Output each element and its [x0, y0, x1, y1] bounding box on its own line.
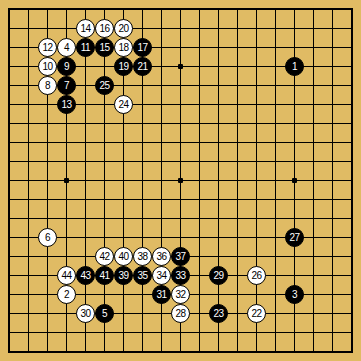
board-point[interactable] [190, 0, 209, 19]
stone-black-37[interactable]: 37 [171, 247, 190, 266]
board-point[interactable] [266, 152, 285, 171]
board-point[interactable] [76, 152, 95, 171]
board-point[interactable] [209, 285, 228, 304]
board-point[interactable] [76, 76, 95, 95]
board-point[interactable] [19, 266, 38, 285]
board-point[interactable] [171, 190, 190, 209]
stone-white-34[interactable]: 34 [152, 266, 171, 285]
board-point[interactable] [19, 133, 38, 152]
board-point[interactable] [171, 152, 190, 171]
board-point[interactable] [57, 0, 76, 19]
board-point[interactable] [342, 247, 361, 266]
board-point[interactable] [76, 285, 95, 304]
board-point[interactable] [209, 228, 228, 247]
board-point[interactable] [247, 57, 266, 76]
board-point[interactable] [0, 304, 19, 323]
board-point[interactable] [0, 209, 19, 228]
board-point[interactable] [228, 266, 247, 285]
board-point[interactable] [114, 304, 133, 323]
board-point[interactable] [285, 114, 304, 133]
board-point[interactable] [342, 0, 361, 19]
board-point[interactable] [38, 285, 57, 304]
board-point[interactable] [304, 95, 323, 114]
board-point[interactable] [19, 95, 38, 114]
board-point[interactable] [133, 152, 152, 171]
board-point[interactable] [133, 285, 152, 304]
board-point[interactable] [342, 323, 361, 342]
board-point[interactable] [95, 133, 114, 152]
board-point[interactable] [209, 323, 228, 342]
board-point[interactable] [0, 133, 19, 152]
board-point[interactable] [342, 57, 361, 76]
board-point[interactable] [152, 19, 171, 38]
board-point[interactable] [228, 95, 247, 114]
board-point[interactable] [228, 171, 247, 190]
board-point[interactable] [114, 76, 133, 95]
board-point[interactable] [57, 190, 76, 209]
board-point[interactable] [323, 323, 342, 342]
board-point[interactable] [114, 114, 133, 133]
board-point[interactable] [342, 304, 361, 323]
board-point[interactable] [228, 228, 247, 247]
board-point[interactable] [190, 19, 209, 38]
board-point[interactable] [266, 285, 285, 304]
board-point[interactable] [323, 304, 342, 323]
board-point[interactable] [190, 171, 209, 190]
board-point[interactable] [247, 76, 266, 95]
board-point[interactable] [38, 342, 57, 361]
board-point[interactable] [76, 209, 95, 228]
board-point[interactable] [114, 152, 133, 171]
board-point[interactable] [209, 114, 228, 133]
board-point[interactable] [19, 114, 38, 133]
board-point[interactable] [323, 152, 342, 171]
board-point[interactable] [0, 19, 19, 38]
stone-white-44[interactable]: 44 [57, 266, 76, 285]
board-point[interactable] [0, 76, 19, 95]
board-point[interactable] [190, 304, 209, 323]
board-point[interactable] [95, 152, 114, 171]
board-point[interactable] [209, 38, 228, 57]
board-point[interactable] [38, 114, 57, 133]
board-point[interactable] [304, 76, 323, 95]
board-point[interactable] [76, 95, 95, 114]
stone-white-10[interactable]: 10 [38, 57, 57, 76]
stone-black-27[interactable]: 27 [285, 228, 304, 247]
board-point[interactable] [114, 323, 133, 342]
stone-black-17[interactable]: 17 [133, 38, 152, 57]
board-point[interactable] [19, 57, 38, 76]
board-point[interactable] [342, 190, 361, 209]
board-point[interactable] [228, 152, 247, 171]
board-point[interactable] [342, 95, 361, 114]
board-point[interactable] [171, 171, 190, 190]
board-point[interactable] [95, 0, 114, 19]
board-point[interactable] [95, 228, 114, 247]
board-point[interactable] [190, 190, 209, 209]
board-point[interactable] [285, 152, 304, 171]
stone-white-12[interactable]: 12 [38, 38, 57, 57]
board-point[interactable] [133, 114, 152, 133]
board-point[interactable] [0, 323, 19, 342]
board-point[interactable] [247, 114, 266, 133]
board-point[interactable] [19, 285, 38, 304]
board-point[interactable] [228, 247, 247, 266]
board-point[interactable] [247, 171, 266, 190]
board-point[interactable] [38, 247, 57, 266]
stone-white-18[interactable]: 18 [114, 38, 133, 57]
board-point[interactable] [304, 133, 323, 152]
stone-white-32[interactable]: 32 [171, 285, 190, 304]
board-point[interactable] [190, 76, 209, 95]
board-point[interactable] [133, 19, 152, 38]
board-point[interactable] [38, 209, 57, 228]
board-point[interactable] [266, 19, 285, 38]
board-point[interactable] [266, 228, 285, 247]
board-point[interactable] [228, 38, 247, 57]
board-point[interactable] [190, 247, 209, 266]
board-point[interactable] [304, 209, 323, 228]
board-point[interactable] [266, 38, 285, 57]
board-point[interactable] [285, 342, 304, 361]
board-point[interactable] [152, 133, 171, 152]
board-point[interactable] [304, 323, 323, 342]
board-point[interactable] [133, 323, 152, 342]
stone-black-23[interactable]: 23 [209, 304, 228, 323]
board-point[interactable] [285, 323, 304, 342]
board-point[interactable] [76, 342, 95, 361]
board-point[interactable] [266, 57, 285, 76]
board-point[interactable] [285, 0, 304, 19]
board-point[interactable] [133, 209, 152, 228]
board-point[interactable] [152, 190, 171, 209]
board-point[interactable] [171, 95, 190, 114]
board-point[interactable] [323, 247, 342, 266]
board-point[interactable] [266, 171, 285, 190]
board-point[interactable] [95, 171, 114, 190]
board-point[interactable] [38, 266, 57, 285]
stone-black-39[interactable]: 39 [114, 266, 133, 285]
board-point[interactable] [190, 38, 209, 57]
board-point[interactable] [57, 228, 76, 247]
stone-black-9[interactable]: 9 [57, 57, 76, 76]
board-point[interactable] [342, 171, 361, 190]
board-point[interactable] [228, 209, 247, 228]
board-point[interactable] [76, 323, 95, 342]
board-point[interactable] [342, 133, 361, 152]
board-point[interactable] [57, 152, 76, 171]
board-point[interactable] [19, 247, 38, 266]
board-point[interactable] [304, 171, 323, 190]
board-point[interactable] [266, 190, 285, 209]
board-point[interactable] [342, 38, 361, 57]
board-point[interactable] [152, 76, 171, 95]
board-point[interactable] [209, 76, 228, 95]
board-point[interactable] [114, 0, 133, 19]
board-point[interactable] [285, 76, 304, 95]
stone-black-33[interactable]: 33 [171, 266, 190, 285]
board-point[interactable] [323, 114, 342, 133]
board-point[interactable] [171, 19, 190, 38]
board-point[interactable] [152, 304, 171, 323]
stone-white-2[interactable]: 2 [57, 285, 76, 304]
board-point[interactable] [0, 95, 19, 114]
board-point[interactable] [266, 209, 285, 228]
board-point[interactable] [57, 114, 76, 133]
stone-white-26[interactable]: 26 [247, 266, 266, 285]
board-point[interactable] [19, 171, 38, 190]
board-point[interactable] [323, 76, 342, 95]
stone-black-5[interactable]: 5 [95, 304, 114, 323]
board-point[interactable] [38, 323, 57, 342]
board-point[interactable] [285, 133, 304, 152]
stone-white-42[interactable]: 42 [95, 247, 114, 266]
board-point[interactable] [247, 323, 266, 342]
board-point[interactable] [57, 342, 76, 361]
board-point[interactable] [285, 209, 304, 228]
board-point[interactable] [0, 38, 19, 57]
board-point[interactable] [76, 190, 95, 209]
board-point[interactable] [152, 114, 171, 133]
stone-black-25[interactable]: 25 [95, 76, 114, 95]
board-point[interactable] [304, 228, 323, 247]
board-point[interactable] [285, 171, 304, 190]
board-point[interactable] [209, 209, 228, 228]
board-point[interactable] [247, 95, 266, 114]
board-point[interactable] [190, 133, 209, 152]
board-point[interactable] [342, 285, 361, 304]
board-point[interactable] [152, 0, 171, 19]
board-point[interactable] [76, 0, 95, 19]
board-point[interactable] [285, 95, 304, 114]
board-point[interactable] [57, 323, 76, 342]
board-point[interactable] [285, 19, 304, 38]
board-point[interactable] [114, 342, 133, 361]
board-point[interactable] [95, 114, 114, 133]
board-point[interactable] [247, 285, 266, 304]
board-point[interactable] [228, 342, 247, 361]
board-point[interactable] [247, 38, 266, 57]
board-point[interactable] [19, 304, 38, 323]
board-point[interactable] [171, 0, 190, 19]
board-point[interactable] [266, 323, 285, 342]
board-point[interactable] [0, 171, 19, 190]
board-point[interactable] [171, 342, 190, 361]
board-point[interactable] [114, 209, 133, 228]
board-point[interactable] [171, 133, 190, 152]
board-point[interactable] [323, 0, 342, 19]
stone-black-3[interactable]: 3 [285, 285, 304, 304]
board-point[interactable] [152, 171, 171, 190]
board-point[interactable] [133, 342, 152, 361]
board-point[interactable] [323, 342, 342, 361]
board-point[interactable] [342, 152, 361, 171]
board-point[interactable] [266, 133, 285, 152]
stone-white-28[interactable]: 28 [171, 304, 190, 323]
board-point[interactable] [209, 57, 228, 76]
stone-white-16[interactable]: 16 [95, 19, 114, 38]
board-point[interactable] [76, 114, 95, 133]
board-point[interactable] [76, 57, 95, 76]
stone-white-4[interactable]: 4 [57, 38, 76, 57]
board-point[interactable] [247, 152, 266, 171]
board-point[interactable] [323, 57, 342, 76]
stone-white-8[interactable]: 8 [38, 76, 57, 95]
board-point[interactable] [57, 209, 76, 228]
board-point[interactable] [247, 19, 266, 38]
board-point[interactable] [209, 95, 228, 114]
stone-black-35[interactable]: 35 [133, 266, 152, 285]
board-point[interactable] [304, 114, 323, 133]
board-point[interactable] [285, 38, 304, 57]
board-point[interactable] [304, 304, 323, 323]
board-point[interactable] [342, 228, 361, 247]
stone-black-1[interactable]: 1 [285, 57, 304, 76]
board-point[interactable] [304, 0, 323, 19]
board-point[interactable] [76, 228, 95, 247]
board-point[interactable] [0, 152, 19, 171]
board-point[interactable] [95, 190, 114, 209]
board-point[interactable] [323, 190, 342, 209]
board-point[interactable] [133, 190, 152, 209]
board-point[interactable] [190, 95, 209, 114]
board-point[interactable] [342, 342, 361, 361]
stone-black-11[interactable]: 11 [76, 38, 95, 57]
board-point[interactable] [19, 323, 38, 342]
board-point[interactable] [228, 285, 247, 304]
board-point[interactable] [285, 247, 304, 266]
board-point[interactable] [19, 38, 38, 57]
board-point[interactable] [171, 114, 190, 133]
board-point[interactable] [0, 57, 19, 76]
board-point[interactable] [152, 95, 171, 114]
board-point[interactable] [133, 133, 152, 152]
board-point[interactable] [114, 228, 133, 247]
board-point[interactable] [114, 285, 133, 304]
board-point[interactable] [152, 38, 171, 57]
board-point[interactable] [171, 209, 190, 228]
board-point[interactable] [38, 152, 57, 171]
board-point[interactable] [304, 342, 323, 361]
board-point[interactable] [266, 114, 285, 133]
board-point[interactable] [19, 152, 38, 171]
board-point[interactable] [76, 171, 95, 190]
board-point[interactable] [114, 133, 133, 152]
board-point[interactable] [228, 114, 247, 133]
board-point[interactable] [228, 304, 247, 323]
board-point[interactable] [19, 0, 38, 19]
board-point[interactable] [304, 19, 323, 38]
board-point[interactable] [228, 76, 247, 95]
board-point[interactable] [171, 38, 190, 57]
stone-black-15[interactable]: 15 [95, 38, 114, 57]
board-point[interactable] [171, 57, 190, 76]
board-point[interactable] [304, 285, 323, 304]
board-point[interactable] [266, 304, 285, 323]
board-point[interactable] [304, 152, 323, 171]
board-point[interactable] [209, 19, 228, 38]
board-point[interactable] [323, 171, 342, 190]
board-point[interactable] [342, 114, 361, 133]
board-point[interactable] [247, 247, 266, 266]
board-point[interactable] [38, 190, 57, 209]
board-point[interactable] [95, 323, 114, 342]
stone-white-22[interactable]: 22 [247, 304, 266, 323]
board-point[interactable] [266, 76, 285, 95]
board-point[interactable] [323, 95, 342, 114]
board-point[interactable] [247, 133, 266, 152]
board-point[interactable] [266, 247, 285, 266]
stone-white-38[interactable]: 38 [133, 247, 152, 266]
board-point[interactable] [209, 190, 228, 209]
board-point[interactable] [76, 247, 95, 266]
board-point[interactable] [247, 0, 266, 19]
board-point[interactable] [152, 57, 171, 76]
board-point[interactable] [342, 209, 361, 228]
board-point[interactable] [266, 95, 285, 114]
board-point[interactable] [190, 152, 209, 171]
board-point[interactable] [95, 57, 114, 76]
board-point[interactable] [0, 228, 19, 247]
board-point[interactable] [133, 304, 152, 323]
stone-white-36[interactable]: 36 [152, 247, 171, 266]
stone-black-29[interactable]: 29 [209, 266, 228, 285]
board-point[interactable] [38, 133, 57, 152]
board-point[interactable] [304, 247, 323, 266]
stone-black-41[interactable]: 41 [95, 266, 114, 285]
board-point[interactable] [304, 38, 323, 57]
stone-white-30[interactable]: 30 [76, 304, 95, 323]
board-point[interactable] [57, 171, 76, 190]
board-point[interactable] [247, 209, 266, 228]
board-point[interactable] [0, 247, 19, 266]
board-point[interactable] [323, 133, 342, 152]
board-point[interactable] [19, 342, 38, 361]
board-point[interactable] [57, 247, 76, 266]
stone-black-13[interactable]: 13 [57, 95, 76, 114]
board-point[interactable] [95, 95, 114, 114]
board-point[interactable] [57, 19, 76, 38]
board-point[interactable] [76, 133, 95, 152]
board-point[interactable] [209, 133, 228, 152]
board-point[interactable] [323, 285, 342, 304]
board-point[interactable] [0, 114, 19, 133]
board-point[interactable] [266, 0, 285, 19]
board-point[interactable] [228, 323, 247, 342]
stone-white-40[interactable]: 40 [114, 247, 133, 266]
board-point[interactable] [304, 266, 323, 285]
board-point[interactable] [152, 342, 171, 361]
stone-black-43[interactable]: 43 [76, 266, 95, 285]
board-point[interactable] [266, 266, 285, 285]
board-point[interactable] [323, 19, 342, 38]
board-point[interactable] [152, 209, 171, 228]
board-point[interactable] [323, 209, 342, 228]
board-point[interactable] [323, 38, 342, 57]
board-point[interactable] [247, 190, 266, 209]
board-point[interactable] [285, 304, 304, 323]
board-point[interactable] [190, 114, 209, 133]
board-point[interactable] [266, 342, 285, 361]
board-point[interactable] [38, 0, 57, 19]
stone-black-31[interactable]: 31 [152, 285, 171, 304]
board-point[interactable] [171, 323, 190, 342]
board-point[interactable] [228, 0, 247, 19]
board-point[interactable] [209, 342, 228, 361]
board-point[interactable] [228, 19, 247, 38]
board-point[interactable] [0, 190, 19, 209]
stone-black-21[interactable]: 21 [133, 57, 152, 76]
